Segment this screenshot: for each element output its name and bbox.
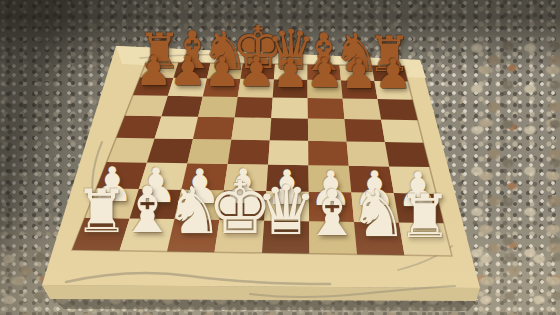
square-c7 [203,78,241,97]
square-h8 [372,66,408,82]
square-d1 [215,220,265,253]
square-d3 [224,164,268,191]
square-f8 [307,65,341,81]
square-h3 [389,166,436,193]
square-h5 [381,120,423,143]
square-b7 [168,78,207,97]
square-e5 [270,118,308,141]
square-f4 [308,141,349,166]
square-e8 [274,64,308,80]
square-c8 [207,63,243,79]
square-c2 [175,190,224,220]
square-h6 [378,99,418,120]
square-e2 [264,191,309,221]
square-d5 [231,117,271,140]
square-c6 [198,96,238,117]
square-f7 [307,80,342,99]
square-d6 [235,97,273,118]
square-c5 [193,117,235,140]
square-g4 [347,141,390,166]
square-d8 [241,64,276,80]
square-h1 [399,223,452,256]
square-f5 [308,118,347,141]
square-g7 [341,80,378,99]
square-h2 [394,193,444,223]
square-g1 [354,222,405,255]
square-f3 [308,165,351,192]
square-g3 [349,166,394,193]
square-g2 [351,192,399,222]
square-h4 [385,142,430,167]
square-b8 [174,63,211,79]
square-d7 [238,79,274,98]
square-e7 [273,79,308,98]
square-c4 [187,139,231,164]
square-f6 [308,98,345,119]
square-e4 [268,140,308,165]
square-c1 [167,219,219,252]
square-c3 [181,163,227,190]
square-b6 [162,96,203,117]
square-f1 [309,221,357,254]
square-b3 [139,163,188,190]
chess-board [0,0,560,315]
square-e1 [262,221,310,254]
square-g5 [345,119,385,142]
square-b4 [147,138,193,163]
square-d2 [219,190,266,220]
square-b5 [155,116,199,139]
square-d4 [228,140,270,165]
square-g8 [340,65,375,81]
square-h7 [374,81,412,100]
square-f2 [309,192,354,222]
square-g6 [343,99,382,120]
chessboard-photo-scene: ♜♝♞♚♛♝♞♜♟♟♟♟♟♟♟♟♟♟♟♟♟♟♟♟♜♝♞♚♛♝♞♜ [0,0,560,315]
square-e6 [271,98,308,119]
square-e3 [266,165,309,192]
